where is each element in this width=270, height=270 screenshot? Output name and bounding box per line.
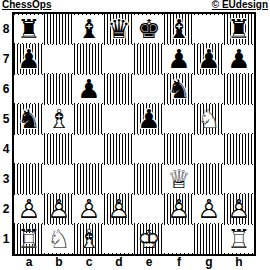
rank-label-7: 7 (0, 44, 12, 74)
square-c7[interactable] (74, 44, 104, 74)
piece-white-queen: ♕ (164, 164, 194, 194)
square-h4[interactable] (224, 134, 254, 164)
piece-white-king: ♔ (134, 224, 164, 254)
square-f2[interactable]: ♙ (164, 194, 194, 224)
piece-black-rook: ♜ (14, 14, 44, 44)
piece-white-pawn: ♙ (104, 194, 134, 224)
piece-black-pawn: ♟ (164, 44, 194, 74)
square-c4[interactable] (74, 134, 104, 164)
square-f3[interactable]: ♕ (164, 164, 194, 194)
square-h1[interactable]: ♖ (224, 224, 254, 254)
square-e5[interactable]: ♟ (134, 104, 164, 134)
piece-black-pawn: ♟ (14, 44, 44, 74)
square-a1[interactable]: ♖ (14, 224, 44, 254)
piece-white-bishop: ♗ (44, 104, 74, 134)
square-b1[interactable]: ♘ (44, 224, 74, 254)
square-a7[interactable]: ♟ (14, 44, 44, 74)
square-g1[interactable] (194, 224, 224, 254)
rank-label-3: 3 (0, 164, 12, 194)
piece-black-knight: ♞ (164, 74, 194, 104)
square-h7[interactable]: ♟ (224, 44, 254, 74)
square-c5[interactable] (74, 104, 104, 134)
square-c6[interactable]: ♟ (74, 74, 104, 104)
piece-white-pawn: ♙ (14, 194, 44, 224)
square-a5[interactable]: ♞ (14, 104, 44, 134)
square-d5[interactable] (104, 104, 134, 134)
square-h8[interactable]: ♜ (224, 14, 254, 44)
square-e7[interactable] (134, 44, 164, 74)
square-f8[interactable]: ♝ (164, 14, 194, 44)
square-d3[interactable] (104, 164, 134, 194)
square-f4[interactable] (164, 134, 194, 164)
square-a6[interactable] (14, 74, 44, 104)
square-f5[interactable] (164, 104, 194, 134)
square-a3[interactable] (14, 164, 44, 194)
square-e4[interactable] (134, 134, 164, 164)
square-a2[interactable]: ♙ (14, 194, 44, 224)
square-g5[interactable]: ♘ (194, 104, 224, 134)
piece-white-knight: ♘ (44, 224, 74, 254)
square-g7[interactable]: ♟ (194, 44, 224, 74)
square-g3[interactable] (194, 164, 224, 194)
piece-black-pawn: ♟ (224, 44, 254, 74)
square-d6[interactable] (104, 74, 134, 104)
rank-label-4: 4 (0, 134, 12, 164)
square-d2[interactable]: ♙ (104, 194, 134, 224)
square-d7[interactable] (104, 44, 134, 74)
square-g8[interactable] (194, 14, 224, 44)
title-bar: ChessOps © EUdesign (0, 0, 270, 11)
chess-board: ♜♝♛♚♝♜♟♟♟♟♟♞♞♗♟♘♕♙♙♙♙♙♙♙♖♘♗♔♖ (14, 14, 254, 254)
app-title: ChessOps (2, 0, 51, 10)
file-label-e: e (134, 256, 164, 270)
square-b7[interactable] (44, 44, 74, 74)
piece-black-pawn: ♟ (74, 74, 104, 104)
square-b6[interactable] (44, 74, 74, 104)
rank-labels: 87654321 (0, 14, 12, 254)
piece-white-pawn: ♙ (74, 194, 104, 224)
square-h6[interactable] (224, 74, 254, 104)
square-b2[interactable]: ♙ (44, 194, 74, 224)
piece-white-rook: ♖ (14, 224, 44, 254)
piece-black-pawn: ♟ (194, 44, 224, 74)
copyright-credit: © EUdesign (212, 0, 268, 10)
piece-black-queen: ♛ (104, 14, 134, 44)
square-f6[interactable]: ♞ (164, 74, 194, 104)
square-c3[interactable] (74, 164, 104, 194)
piece-black-king: ♚ (134, 14, 164, 44)
square-e3[interactable] (134, 164, 164, 194)
piece-white-pawn: ♙ (224, 194, 254, 224)
rank-label-1: 1 (0, 224, 12, 254)
square-d1[interactable] (104, 224, 134, 254)
piece-white-pawn: ♙ (164, 194, 194, 224)
square-c2[interactable]: ♙ (74, 194, 104, 224)
piece-white-pawn: ♙ (44, 194, 74, 224)
square-b4[interactable] (44, 134, 74, 164)
square-e1[interactable]: ♔ (134, 224, 164, 254)
file-label-c: c (74, 256, 104, 270)
file-label-f: f (164, 256, 194, 270)
square-b8[interactable] (44, 14, 74, 44)
file-label-b: b (44, 256, 74, 270)
piece-black-rook: ♜ (224, 14, 254, 44)
square-h2[interactable]: ♙ (224, 194, 254, 224)
square-g2[interactable]: ♙ (194, 194, 224, 224)
square-d4[interactable] (104, 134, 134, 164)
square-b3[interactable] (44, 164, 74, 194)
file-label-a: a (14, 256, 44, 270)
piece-black-bishop: ♝ (74, 14, 104, 44)
square-h3[interactable] (224, 164, 254, 194)
piece-white-pawn: ♙ (194, 194, 224, 224)
square-f7[interactable]: ♟ (164, 44, 194, 74)
piece-white-bishop: ♗ (74, 224, 104, 254)
square-d8[interactable]: ♛ (104, 14, 134, 44)
file-labels: abcdefgh (14, 256, 254, 270)
square-h5[interactable] (224, 104, 254, 134)
rank-label-5: 5 (0, 104, 12, 134)
square-g4[interactable] (194, 134, 224, 164)
rank-label-2: 2 (0, 194, 12, 224)
piece-black-knight: ♞ (14, 104, 44, 134)
square-a4[interactable] (14, 134, 44, 164)
file-label-h: h (224, 256, 254, 270)
file-label-g: g (194, 256, 224, 270)
rank-label-6: 6 (0, 74, 12, 104)
board-frame: ♜♝♛♚♝♜♟♟♟♟♟♞♞♗♟♘♕♙♙♙♙♙♙♙♖♘♗♔♖ (12, 12, 256, 256)
rank-label-8: 8 (0, 14, 12, 44)
square-a8[interactable]: ♜ (14, 14, 44, 44)
piece-black-bishop: ♝ (164, 14, 194, 44)
square-e6[interactable] (134, 74, 164, 104)
square-e8[interactable]: ♚ (134, 14, 164, 44)
square-g6[interactable] (194, 74, 224, 104)
square-f1[interactable] (164, 224, 194, 254)
square-c1[interactable]: ♗ (74, 224, 104, 254)
square-c8[interactable]: ♝ (74, 14, 104, 44)
piece-white-rook: ♖ (224, 224, 254, 254)
square-e2[interactable] (134, 194, 164, 224)
piece-white-knight: ♘ (194, 104, 224, 134)
square-b5[interactable]: ♗ (44, 104, 74, 134)
piece-black-pawn: ♟ (134, 104, 164, 134)
file-label-d: d (104, 256, 134, 270)
